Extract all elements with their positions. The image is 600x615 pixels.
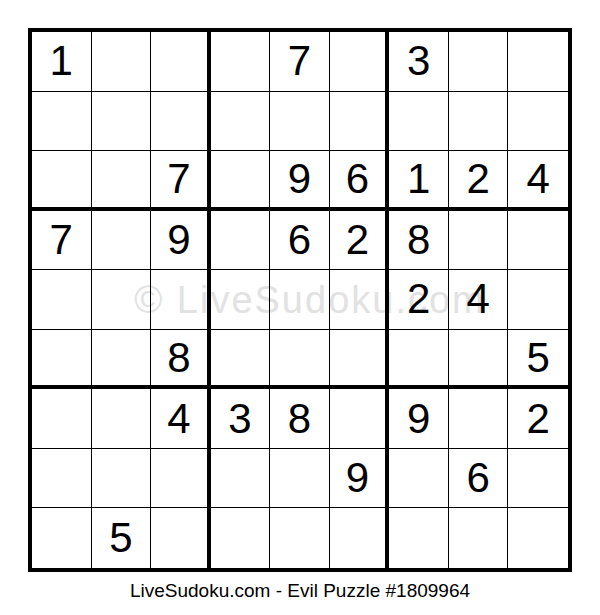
cell-r4c2[interactable] [92,211,152,271]
sudoku-grid: 17379612479628248543892965 [32,32,568,568]
cell-r3c1[interactable] [32,151,92,211]
cell-r7c1[interactable] [32,389,92,449]
sudoku-board: © LiveSudoku.com 17379612479628248543892… [28,28,572,572]
cell-r6c8[interactable] [449,330,509,390]
cell-r9c2[interactable]: 5 [92,508,152,568]
cell-r1c2[interactable] [92,32,152,92]
cell-r4c6[interactable]: 2 [330,211,390,271]
cell-r9c8[interactable] [449,508,509,568]
cell-r8c9[interactable] [508,449,568,509]
cell-r8c7[interactable] [389,449,449,509]
cell-r9c3[interactable] [151,508,211,568]
cell-r3c5[interactable]: 9 [270,151,330,211]
cell-r8c1[interactable] [32,449,92,509]
cell-r1c9[interactable] [508,32,568,92]
cell-r3c9[interactable]: 4 [508,151,568,211]
puzzle-caption: LiveSudoku.com - Evil Puzzle #1809964 [0,580,600,602]
cell-r7c4[interactable]: 3 [211,389,271,449]
cell-r6c9[interactable]: 5 [508,330,568,390]
cell-r2c1[interactable] [32,92,92,152]
cell-r6c2[interactable] [92,330,152,390]
cell-r2c3[interactable] [151,92,211,152]
cell-r6c4[interactable] [211,330,271,390]
cell-r1c6[interactable] [330,32,390,92]
sudoku-page: © LiveSudoku.com 17379612479628248543892… [0,0,600,615]
cell-r5c3[interactable] [151,270,211,330]
cell-r3c2[interactable] [92,151,152,211]
cell-r9c7[interactable] [389,508,449,568]
cell-r7c8[interactable] [449,389,509,449]
cell-r6c1[interactable] [32,330,92,390]
cell-r6c7[interactable] [389,330,449,390]
cell-r4c3[interactable]: 9 [151,211,211,271]
cell-r4c5[interactable]: 6 [270,211,330,271]
cell-r7c9[interactable]: 2 [508,389,568,449]
cell-r1c3[interactable] [151,32,211,92]
cell-r4c8[interactable] [449,211,509,271]
cell-r2c4[interactable] [211,92,271,152]
cell-r8c2[interactable] [92,449,152,509]
cell-r2c7[interactable] [389,92,449,152]
cell-r7c3[interactable]: 4 [151,389,211,449]
cell-r4c4[interactable] [211,211,271,271]
cell-r1c5[interactable]: 7 [270,32,330,92]
cell-r9c6[interactable] [330,508,390,568]
cell-r2c8[interactable] [449,92,509,152]
cell-r5c7[interactable]: 2 [389,270,449,330]
cell-r7c6[interactable] [330,389,390,449]
cell-r1c1[interactable]: 1 [32,32,92,92]
cell-r3c3[interactable]: 7 [151,151,211,211]
cell-r6c6[interactable] [330,330,390,390]
cell-r1c8[interactable] [449,32,509,92]
cell-r8c3[interactable] [151,449,211,509]
cell-r2c5[interactable] [270,92,330,152]
cell-r7c5[interactable]: 8 [270,389,330,449]
cell-r5c1[interactable] [32,270,92,330]
cell-r3c7[interactable]: 1 [389,151,449,211]
cell-r3c4[interactable] [211,151,271,211]
cell-r4c1[interactable]: 7 [32,211,92,271]
cell-r6c3[interactable]: 8 [151,330,211,390]
cell-r4c9[interactable] [508,211,568,271]
cell-r9c9[interactable] [508,508,568,568]
cell-r5c5[interactable] [270,270,330,330]
cell-r7c2[interactable] [92,389,152,449]
cell-r1c7[interactable]: 3 [389,32,449,92]
cell-r2c2[interactable] [92,92,152,152]
cell-r1c4[interactable] [211,32,271,92]
cell-r5c8[interactable]: 4 [449,270,509,330]
cell-r3c8[interactable]: 2 [449,151,509,211]
cell-r2c6[interactable] [330,92,390,152]
cell-r4c7[interactable]: 8 [389,211,449,271]
cell-r8c4[interactable] [211,449,271,509]
cell-r8c6[interactable]: 9 [330,449,390,509]
cell-r9c5[interactable] [270,508,330,568]
cell-r3c6[interactable]: 6 [330,151,390,211]
cell-r9c1[interactable] [32,508,92,568]
cell-r7c7[interactable]: 9 [389,389,449,449]
cell-r8c5[interactable] [270,449,330,509]
cell-r9c4[interactable] [211,508,271,568]
cell-r2c9[interactable] [508,92,568,152]
cell-r5c4[interactable] [211,270,271,330]
cell-r5c2[interactable] [92,270,152,330]
cell-r8c8[interactable]: 6 [449,449,509,509]
cell-r6c5[interactable] [270,330,330,390]
cell-r5c9[interactable] [508,270,568,330]
cell-r5c6[interactable] [330,270,390,330]
